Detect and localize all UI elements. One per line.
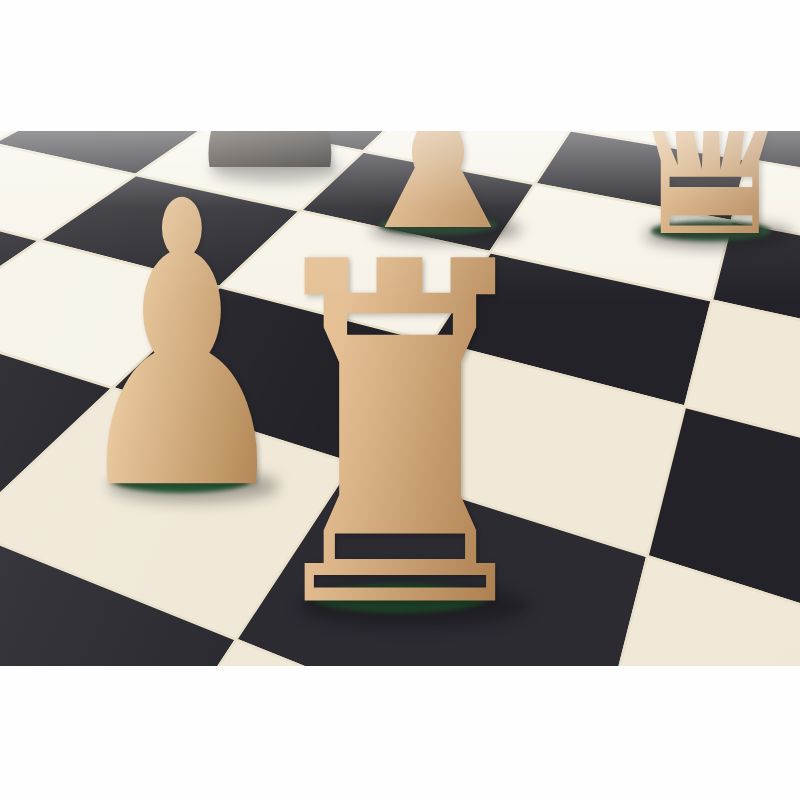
bottom-white-crop-band <box>0 666 800 800</box>
chessboard-photo-scene: ♟♝♛♟♜ <box>0 0 800 800</box>
piece-white-rook[interactable]: ♜ <box>248 203 551 673</box>
top-white-crop-band <box>0 0 800 131</box>
